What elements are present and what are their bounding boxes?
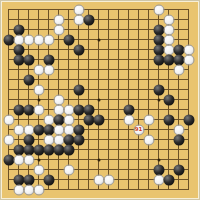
hoshi-point bbox=[157, 158, 160, 161]
grid-line-vertical bbox=[148, 9, 149, 190]
grid-line-vertical bbox=[118, 9, 119, 190]
black-stone bbox=[183, 114, 194, 125]
white-stone bbox=[43, 64, 54, 75]
black-stone bbox=[153, 84, 164, 95]
hoshi-point bbox=[37, 98, 40, 101]
grid-line-vertical bbox=[178, 9, 179, 190]
white-stone bbox=[143, 134, 154, 145]
white-stone bbox=[23, 154, 34, 165]
grid-line-vertical bbox=[108, 9, 109, 190]
white-stone bbox=[33, 84, 44, 95]
move-number-label: 91 bbox=[135, 127, 143, 133]
white-stone bbox=[183, 54, 194, 65]
white-stone bbox=[33, 164, 44, 175]
grid-line-vertical bbox=[128, 9, 129, 190]
black-stone bbox=[73, 134, 84, 145]
hoshi-point bbox=[97, 38, 100, 41]
grid-line-vertical bbox=[188, 9, 189, 190]
board-frame: 91 bbox=[0, 0, 200, 200]
white-stone: 91 bbox=[133, 124, 144, 135]
go-board[interactable]: 91 bbox=[2, 2, 198, 198]
white-stone bbox=[33, 104, 44, 115]
white-stone bbox=[173, 64, 184, 75]
black-stone bbox=[73, 44, 84, 55]
white-stone bbox=[43, 34, 54, 45]
black-stone bbox=[63, 34, 74, 45]
white-stone bbox=[63, 164, 74, 175]
black-stone bbox=[23, 74, 34, 85]
white-stone bbox=[123, 114, 134, 125]
hoshi-point bbox=[157, 98, 160, 101]
black-stone bbox=[73, 84, 84, 95]
white-stone bbox=[53, 24, 64, 35]
black-stone bbox=[173, 134, 184, 145]
white-stone bbox=[3, 134, 14, 145]
white-stone bbox=[103, 174, 114, 185]
black-stone bbox=[23, 54, 34, 65]
black-stone bbox=[163, 114, 174, 125]
hoshi-point bbox=[97, 158, 100, 161]
white-stone bbox=[33, 184, 44, 195]
black-stone bbox=[43, 174, 54, 185]
black-stone bbox=[83, 14, 94, 25]
white-stone bbox=[3, 114, 14, 125]
black-stone bbox=[63, 144, 74, 155]
black-stone bbox=[93, 114, 104, 125]
black-stone bbox=[173, 164, 184, 175]
grid-line-horizontal bbox=[8, 139, 189, 140]
hoshi-point bbox=[97, 98, 100, 101]
black-stone bbox=[163, 94, 174, 105]
hoshi-point bbox=[37, 158, 40, 161]
white-stone bbox=[143, 114, 154, 125]
white-stone bbox=[153, 4, 164, 15]
grid-line-vertical bbox=[138, 9, 139, 190]
black-stone bbox=[163, 174, 174, 185]
